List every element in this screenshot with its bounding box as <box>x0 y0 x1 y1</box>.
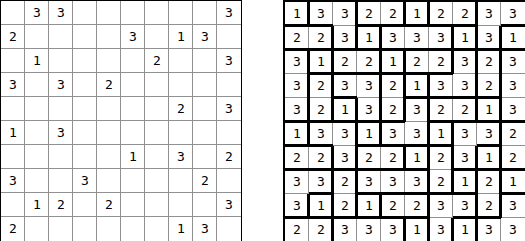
puzzle-cell[interactable] <box>73 217 97 241</box>
puzzle-cell[interactable] <box>1 49 25 73</box>
puzzle-cell[interactable] <box>193 193 217 217</box>
solution-cell: 2 <box>357 2 381 26</box>
solution-cell: 2 <box>501 146 525 170</box>
puzzle-board: 333231312333223131323321223213 <box>0 0 242 241</box>
solution-cell: 3 <box>381 218 405 241</box>
solution-cell: 2 <box>309 146 333 170</box>
solution-cell: 2 <box>285 146 309 170</box>
puzzle-cell[interactable]: 2 <box>169 97 193 121</box>
puzzle-cell[interactable] <box>217 25 241 49</box>
solution-cell: 2 <box>477 50 501 74</box>
puzzle-cell[interactable] <box>193 121 217 145</box>
puzzle-cell[interactable] <box>49 169 73 193</box>
solution-cell: 2 <box>309 218 333 241</box>
solution-cell: 1 <box>453 26 477 50</box>
puzzle-cell[interactable] <box>217 121 241 145</box>
solution-cell: 1 <box>429 122 453 146</box>
solution-cell: 3 <box>333 218 357 241</box>
puzzle-cell[interactable]: 2 <box>145 49 169 73</box>
solution-cell: 2 <box>333 50 357 74</box>
puzzle-cell[interactable] <box>121 73 145 97</box>
puzzle-cell[interactable] <box>121 97 145 121</box>
puzzle-cell[interactable] <box>73 25 97 49</box>
solution-cell: 1 <box>357 194 381 218</box>
solution-cell: 3 <box>285 98 309 122</box>
puzzle-cell[interactable]: 2 <box>217 145 241 169</box>
solution-cell: 2 <box>381 194 405 218</box>
solution-cell: 1 <box>357 26 381 50</box>
solution-cell: 3 <box>453 50 477 74</box>
solution-cell: 2 <box>405 194 429 218</box>
puzzle-cell[interactable]: 1 <box>25 49 49 73</box>
puzzle-cell[interactable] <box>169 49 193 73</box>
solution-cell: 3 <box>429 74 453 98</box>
puzzle-cell[interactable]: 1 <box>169 25 193 49</box>
solution-cell: 3 <box>429 26 453 50</box>
solution-cell: 3 <box>453 74 477 98</box>
puzzle-cell[interactable] <box>97 1 121 25</box>
solution-cell: 2 <box>429 146 453 170</box>
puzzle-cell[interactable] <box>217 73 241 97</box>
solution-cell: 2 <box>357 50 381 74</box>
solution-cell: 3 <box>309 2 333 26</box>
puzzle-cell[interactable] <box>121 49 145 73</box>
puzzle-cell[interactable] <box>25 73 49 97</box>
solution-cell: 1 <box>477 146 501 170</box>
solution-cell: 3 <box>429 218 453 241</box>
puzzle-cell[interactable] <box>145 25 169 49</box>
solution-cell: 2 <box>333 194 357 218</box>
solution-cell: 1 <box>405 74 429 98</box>
puzzle-cell[interactable] <box>121 193 145 217</box>
puzzle-cell[interactable]: 1 <box>169 217 193 241</box>
solution-cell: 1 <box>405 2 429 26</box>
puzzle-cell[interactable]: 3 <box>217 97 241 121</box>
puzzle-cell[interactable]: 3 <box>49 121 73 145</box>
solution-cell: 1 <box>405 218 429 241</box>
solution-cell: 2 <box>333 170 357 194</box>
solution-cell: 3 <box>429 194 453 218</box>
puzzle-cell[interactable]: 1 <box>1 121 25 145</box>
solution-cell: 2 <box>309 26 333 50</box>
puzzle-cell[interactable] <box>169 193 193 217</box>
solution-cell: 2 <box>453 2 477 26</box>
solution-cell: 1 <box>501 26 525 50</box>
solution-cell: 2 <box>477 74 501 98</box>
solution-cell: 2 <box>405 50 429 74</box>
puzzle-cell[interactable] <box>145 97 169 121</box>
solution-cell: 2 <box>381 146 405 170</box>
puzzle-cell[interactable]: 3 <box>1 169 25 193</box>
puzzle-cell[interactable] <box>1 193 25 217</box>
solution-cell: 3 <box>381 170 405 194</box>
solution-cell: 2 <box>429 98 453 122</box>
solution-cell: 3 <box>405 98 429 122</box>
puzzle-cell[interactable]: 2 <box>193 169 217 193</box>
puzzle-cell[interactable] <box>121 121 145 145</box>
fillomino-diagram: 333231312333223131323321223213 133221223… <box>0 0 525 241</box>
puzzle-cell[interactable] <box>25 169 49 193</box>
puzzle-cell[interactable] <box>193 49 217 73</box>
solution-cell: 3 <box>357 74 381 98</box>
puzzle-cell[interactable]: 3 <box>193 217 217 241</box>
puzzle-cell[interactable]: 3 <box>49 73 73 97</box>
solution-cell: 2 <box>309 98 333 122</box>
puzzle-cell[interactable] <box>1 145 25 169</box>
puzzle-cell[interactable] <box>169 121 193 145</box>
puzzle-cell[interactable] <box>73 49 97 73</box>
solution-cell: 1 <box>453 218 477 241</box>
solution-cell: 1 <box>309 194 333 218</box>
puzzle-cell[interactable] <box>217 217 241 241</box>
puzzle-cell[interactable]: 3 <box>217 193 241 217</box>
puzzle-cell[interactable]: 2 <box>1 25 25 49</box>
puzzle-cell[interactable] <box>97 49 121 73</box>
puzzle-cell[interactable] <box>1 97 25 121</box>
solution-cell: 3 <box>357 170 381 194</box>
solution-cell: 3 <box>285 74 309 98</box>
solution-cell: 3 <box>501 218 525 241</box>
puzzle-cell[interactable]: 2 <box>1 217 25 241</box>
puzzle-cell[interactable] <box>25 217 49 241</box>
solution-cell: 2 <box>357 146 381 170</box>
solution-cell: 3 <box>477 26 501 50</box>
solution-cell: 3 <box>453 146 477 170</box>
puzzle-cell[interactable] <box>193 73 217 97</box>
puzzle-cell[interactable] <box>49 49 73 73</box>
puzzle-cell[interactable] <box>97 217 121 241</box>
puzzle-cell[interactable] <box>145 217 169 241</box>
solution-cell: 1 <box>357 122 381 146</box>
puzzle-cell[interactable] <box>97 145 121 169</box>
puzzle-cell[interactable]: 3 <box>193 25 217 49</box>
solution-cell: 3 <box>333 146 357 170</box>
solution-cell: 3 <box>501 194 525 218</box>
solution-cell: 3 <box>285 194 309 218</box>
solution-cell: 2 <box>381 98 405 122</box>
puzzle-cell[interactable] <box>145 1 169 25</box>
solution-cell: 3 <box>405 170 429 194</box>
solution-cell: 3 <box>477 218 501 241</box>
solution-cell: 3 <box>333 122 357 146</box>
puzzle-cell[interactable] <box>49 217 73 241</box>
solution-cell: 3 <box>501 98 525 122</box>
solution-cell: 2 <box>381 2 405 26</box>
puzzle-cell[interactable] <box>97 97 121 121</box>
solution-cell: 3 <box>285 50 309 74</box>
solution-cell: 1 <box>453 170 477 194</box>
puzzle-cell[interactable] <box>121 169 145 193</box>
solution-cell: 2 <box>501 122 525 146</box>
puzzle-cell[interactable] <box>169 169 193 193</box>
solution-cell: 3 <box>501 74 525 98</box>
solution-cell: 2 <box>429 170 453 194</box>
solution-cell: 3 <box>333 2 357 26</box>
puzzle-cell[interactable]: 3 <box>217 49 241 73</box>
puzzle-cell[interactable] <box>73 1 97 25</box>
puzzle-cell[interactable] <box>49 145 73 169</box>
solution-cell: 2 <box>477 194 501 218</box>
solution-cell: 3 <box>405 26 429 50</box>
solution-cell: 3 <box>453 122 477 146</box>
solution-cell: 3 <box>477 2 501 26</box>
puzzle-cell[interactable] <box>121 1 145 25</box>
solution-cell: 1 <box>381 50 405 74</box>
solution-cell: 3 <box>357 98 381 122</box>
puzzle-cell[interactable]: 2 <box>49 193 73 217</box>
puzzle-cell[interactable]: 3 <box>169 145 193 169</box>
solution-cell: 2 <box>429 2 453 26</box>
solution-cell: 3 <box>333 74 357 98</box>
puzzle-cell[interactable]: 3 <box>1 73 25 97</box>
puzzle-cell[interactable] <box>73 193 97 217</box>
solution-cell: 3 <box>501 2 525 26</box>
solution-board: 1332212233223133313131221223233233213323… <box>283 0 525 241</box>
puzzle-cell[interactable]: 1 <box>121 145 145 169</box>
solution-cell: 2 <box>285 218 309 241</box>
puzzle-cell[interactable] <box>145 193 169 217</box>
puzzle-cell[interactable] <box>145 121 169 145</box>
puzzle-cell[interactable] <box>145 145 169 169</box>
puzzle-cell[interactable] <box>25 97 49 121</box>
solution-cell: 1 <box>285 2 309 26</box>
solution-cell: 2 <box>309 74 333 98</box>
puzzle-cell[interactable]: 3 <box>121 25 145 49</box>
puzzle-cell[interactable] <box>145 73 169 97</box>
solution-cell: 1 <box>285 122 309 146</box>
puzzle-cell[interactable]: 3 <box>217 1 241 25</box>
puzzle-cell[interactable]: 3 <box>25 1 49 25</box>
solution-cell: 3 <box>285 170 309 194</box>
solution-cell: 3 <box>333 26 357 50</box>
solution-cell: 2 <box>429 50 453 74</box>
solution-cell: 1 <box>477 98 501 122</box>
solution-cell: 3 <box>453 194 477 218</box>
solution-cell: 2 <box>477 170 501 194</box>
solution-cell: 3 <box>381 26 405 50</box>
puzzle-cell[interactable] <box>217 169 241 193</box>
puzzle-cell[interactable] <box>193 145 217 169</box>
puzzle-cell[interactable] <box>193 97 217 121</box>
solution-cell: 3 <box>501 50 525 74</box>
puzzle-cell[interactable]: 1 <box>25 193 49 217</box>
solution-cell: 1 <box>333 98 357 122</box>
puzzle-cell[interactable] <box>73 121 97 145</box>
solution-cell: 3 <box>405 122 429 146</box>
solution-cell: 2 <box>285 26 309 50</box>
solution-cell: 3 <box>381 122 405 146</box>
puzzle-cell[interactable]: 2 <box>97 73 121 97</box>
puzzle-cell[interactable] <box>73 145 97 169</box>
solution-cell: 3 <box>477 122 501 146</box>
puzzle-cell[interactable] <box>25 121 49 145</box>
puzzle-cell[interactable] <box>49 25 73 49</box>
puzzle-cell[interactable] <box>25 145 49 169</box>
puzzle-cell[interactable] <box>193 1 217 25</box>
puzzle-cell[interactable] <box>97 25 121 49</box>
puzzle-cell[interactable] <box>121 217 145 241</box>
solution-cell: 1 <box>309 50 333 74</box>
solution-cell: 1 <box>501 170 525 194</box>
solution-cell: 1 <box>405 146 429 170</box>
puzzle-cell[interactable] <box>1 1 25 25</box>
solution-cell: 3 <box>357 218 381 241</box>
puzzle-cell[interactable] <box>97 121 121 145</box>
puzzle-cell[interactable] <box>145 169 169 193</box>
solution-cell: 3 <box>309 122 333 146</box>
solution-cell: 2 <box>453 98 477 122</box>
puzzle-cell[interactable] <box>73 73 97 97</box>
solution-cell: 3 <box>309 170 333 194</box>
puzzle-cell[interactable]: 3 <box>49 1 73 25</box>
puzzle-cell[interactable]: 3 <box>73 169 97 193</box>
puzzle-cell[interactable] <box>97 169 121 193</box>
puzzle-cell[interactable] <box>25 25 49 49</box>
puzzle-cell[interactable]: 2 <box>97 193 121 217</box>
solution-cell: 2 <box>381 74 405 98</box>
puzzle-cell[interactable] <box>169 1 193 25</box>
puzzle-cell[interactable] <box>169 73 193 97</box>
puzzle-cell[interactable] <box>73 97 97 121</box>
puzzle-cell[interactable] <box>49 97 73 121</box>
